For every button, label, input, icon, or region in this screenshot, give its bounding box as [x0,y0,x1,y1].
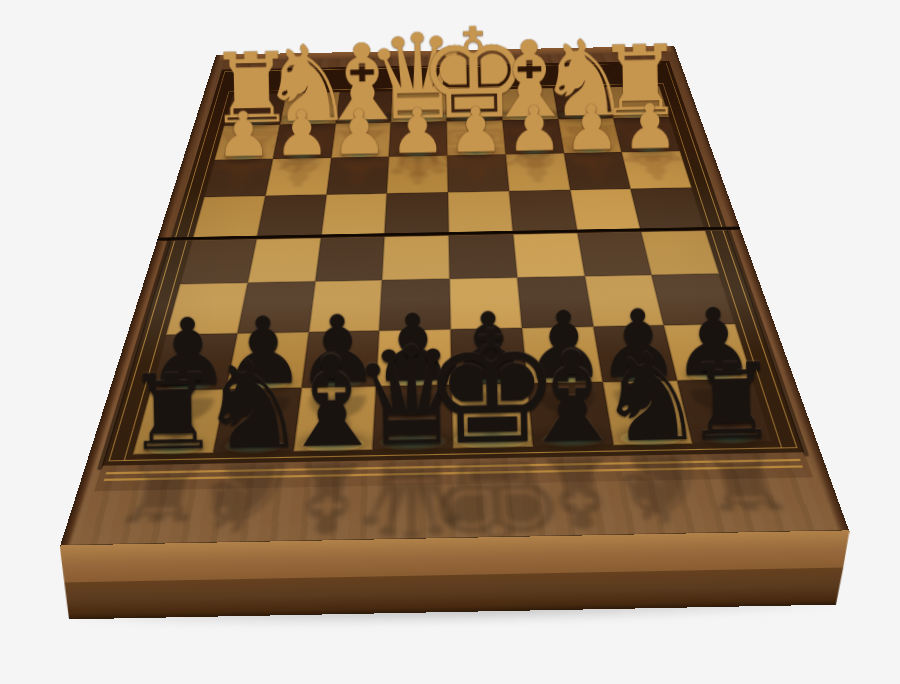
black-rook[interactable]: ♜ [684,350,779,456]
piece-slot-r2-c3: ♟♟ [331,122,391,157]
piece-slot-r2-c1: ♟♟ [215,124,280,159]
piece-slot-r3-c6 [505,153,569,191]
piece-slot-r4-c7 [570,189,641,231]
piece-slot-r5-c8 [641,228,719,274]
piece-slot-r4-c8 [631,188,705,230]
piece-slot-r3-c7 [564,152,631,190]
piece-slot-r4-c3 [321,194,387,236]
piece-slot-r3-c2 [265,157,331,195]
piece-slot-r5-c1 [180,237,257,284]
piece-slot-r5-c3 [315,235,385,282]
piece-slot-r3-c8 [622,151,692,189]
piece-slot-r3-c1 [204,159,273,198]
piece-reflection: ♜ [686,440,805,521]
piece-slot-r2-c2: ♟♟ [273,123,336,158]
perspective-scene: ♜♜♞♞♝♝♛♛♚♚♝♝♞♞♜♜♟♟♟♟♟♟♟♟♟♟♟♟♟♟♟♟♟♟♟♟♟♟♟♟… [0,0,900,684]
piece-slot-r4-c6 [509,190,577,232]
piece-slot-r4-c4 [385,192,449,234]
piece-slot-r2-c5: ♟♟ [447,120,506,155]
piece-slot-r2-c8: ♟♟ [613,117,679,152]
piece-slot-r3-c3 [326,156,389,194]
white-pawn[interactable]: ♟ [389,100,446,163]
piece-slot-r5-c7 [577,230,652,276]
white-pawn[interactable]: ♟ [215,104,272,167]
board-pieces: ♜♜♞♞♝♝♛♛♚♚♝♝♞♞♜♜♟♟♟♟♟♟♟♟♟♟♟♟♟♟♟♟♟♟♟♟♟♟♟♟… [133,86,773,454]
piece-slot-r2-c7: ♟♟ [558,118,622,153]
piece-slot-r4-c2 [257,195,326,237]
white-pawn[interactable]: ♟ [506,98,563,161]
white-pawn[interactable]: ♟ [622,96,679,159]
piece-slot-r2-c4: ♟♟ [389,121,447,156]
piece-slot-r8-c7: ♞♞ [602,381,693,446]
piece-slot-r4-c5 [448,191,513,233]
piece-slot-r4-c1 [193,196,265,238]
photo-tilt-wrapper: ♜♜♞♞♝♝♛♛♚♚♝♝♞♞♜♜♟♟♟♟♟♟♟♟♟♟♟♟♟♟♟♟♟♟♟♟♟♟♟♟… [0,0,900,684]
white-pawn[interactable]: ♟ [331,101,388,164]
white-pawn[interactable]: ♟ [564,97,621,160]
chess-box-photo: ♜♜♞♞♝♝♛♛♚♚♝♝♞♞♜♜♟♟♟♟♟♟♟♟♟♟♟♟♟♟♟♟♟♟♟♟♟♟♟♟… [0,0,900,684]
white-pawn[interactable]: ♟ [273,102,330,165]
white-pawn[interactable]: ♟ [447,99,504,162]
piece-slot-r5-c5 [449,232,517,278]
piece-slot-r5-c2 [248,236,321,283]
board-pieces-layer: ♜♜♞♞♝♝♛♛♚♚♝♝♞♞♜♜♟♟♟♟♟♟♟♟♟♟♟♟♟♟♟♟♟♟♟♟♟♟♟♟… [60,46,850,548]
piece-slot-r5-c6 [513,231,585,277]
piece-slot-r8-c8: ♜♜ [678,379,773,443]
piece-slot-r2-c6: ♟♟ [502,119,563,154]
piece-slot-r5-c4 [382,233,449,280]
